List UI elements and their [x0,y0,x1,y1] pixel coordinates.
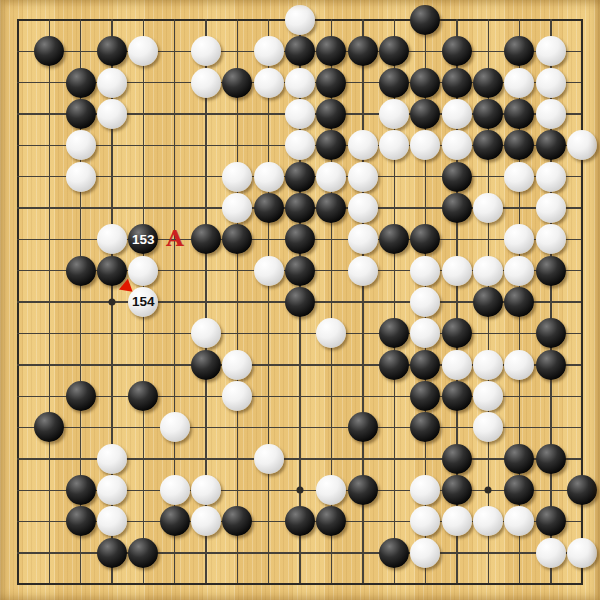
intersection[interactable] [347,474,378,505]
intersection[interactable] [34,318,65,349]
black-stone[interactable] [536,506,566,536]
white-stone[interactable] [348,130,378,160]
intersection[interactable] [472,286,503,317]
intersection[interactable] [96,380,127,411]
white-stone[interactable] [97,506,127,536]
intersection[interactable] [378,192,409,223]
intersection[interactable] [2,36,33,67]
intersection[interactable] [504,130,535,161]
black-stone[interactable] [285,287,315,317]
black-stone[interactable] [222,224,252,254]
intersection[interactable] [504,161,535,192]
intersection[interactable] [284,380,315,411]
white-stone[interactable] [222,162,252,192]
intersection[interactable] [65,318,96,349]
white-stone[interactable] [285,130,315,160]
black-stone[interactable] [536,256,566,286]
intersection[interactable] [128,161,159,192]
intersection[interactable] [253,36,284,67]
intersection[interactable] [284,506,315,537]
intersection[interactable] [159,506,190,537]
white-stone[interactable] [410,538,440,568]
intersection[interactable] [378,36,409,67]
intersection[interactable] [284,286,315,317]
intersection[interactable] [284,443,315,474]
black-stone[interactable] [504,475,534,505]
intersection[interactable] [190,569,221,600]
intersection[interactable] [535,412,566,443]
intersection[interactable] [567,380,598,411]
white-stone[interactable] [66,162,96,192]
intersection[interactable] [410,98,441,129]
white-stone[interactable] [536,193,566,223]
intersection[interactable] [2,380,33,411]
intersection[interactable] [128,98,159,129]
intersection[interactable] [65,161,96,192]
black-stone[interactable] [536,444,566,474]
intersection[interactable] [34,255,65,286]
intersection[interactable] [567,412,598,443]
white-stone[interactable] [504,68,534,98]
intersection[interactable] [535,537,566,568]
black-stone[interactable] [97,538,127,568]
intersection[interactable] [2,4,33,35]
white-stone[interactable] [410,256,440,286]
intersection[interactable] [65,286,96,317]
intersection[interactable] [284,98,315,129]
board-letter-annotation[interactable]: A [166,225,183,251]
intersection[interactable] [316,161,347,192]
intersection[interactable] [34,537,65,568]
white-stone[interactable] [160,412,190,442]
intersection[interactable] [190,161,221,192]
intersection[interactable] [34,286,65,317]
black-stone[interactable] [410,68,440,98]
white-stone[interactable] [128,256,158,286]
intersection[interactable] [410,36,441,67]
intersection[interactable] [567,506,598,537]
intersection[interactable] [316,443,347,474]
intersection[interactable] [284,537,315,568]
intersection[interactable] [378,130,409,161]
white-stone[interactable] [97,444,127,474]
intersection[interactable] [316,286,347,317]
black-stone[interactable] [66,99,96,129]
intersection[interactable] [410,318,441,349]
intersection[interactable] [472,380,503,411]
intersection[interactable] [34,349,65,380]
intersection[interactable] [504,443,535,474]
intersection[interactable] [316,380,347,411]
intersection[interactable] [378,506,409,537]
intersection[interactable] [65,98,96,129]
white-stone[interactable] [504,350,534,380]
intersection[interactable] [472,569,503,600]
intersection[interactable] [316,569,347,600]
white-stone[interactable] [97,475,127,505]
white-stone[interactable] [254,256,284,286]
intersection[interactable] [222,506,253,537]
black-stone[interactable] [316,193,346,223]
intersection[interactable] [316,537,347,568]
white-stone[interactable] [97,68,127,98]
black-stone[interactable] [34,36,64,66]
intersection[interactable] [128,380,159,411]
intersection[interactable] [222,224,253,255]
intersection[interactable] [284,67,315,98]
intersection[interactable] [504,98,535,129]
white-stone[interactable] [410,130,440,160]
intersection[interactable] [535,255,566,286]
intersection[interactable] [159,443,190,474]
intersection[interactable] [253,98,284,129]
intersection[interactable] [472,318,503,349]
intersection[interactable] [2,192,33,223]
intersection[interactable] [410,349,441,380]
intersection[interactable] [159,286,190,317]
intersection[interactable] [316,349,347,380]
intersection[interactable] [159,4,190,35]
intersection[interactable] [504,474,535,505]
intersection[interactable] [65,569,96,600]
intersection[interactable] [190,506,221,537]
intersection[interactable] [410,537,441,568]
black-stone[interactable] [316,36,346,66]
intersection[interactable] [441,192,472,223]
intersection[interactable] [441,474,472,505]
intersection[interactable] [284,4,315,35]
intersection[interactable] [2,98,33,129]
intersection[interactable] [472,67,503,98]
white-stone[interactable] [222,350,252,380]
intersection[interactable] [441,4,472,35]
intersection[interactable] [316,98,347,129]
intersection[interactable] [410,4,441,35]
intersection[interactable] [34,569,65,600]
black-stone[interactable] [348,412,378,442]
intersection[interactable] [535,349,566,380]
black-stone[interactable] [504,130,534,160]
intersection[interactable] [347,130,378,161]
intersection[interactable] [441,506,472,537]
white-stone[interactable] [254,444,284,474]
intersection[interactable] [34,380,65,411]
intersection[interactable] [2,255,33,286]
black-stone[interactable] [254,193,284,223]
intersection[interactable] [159,130,190,161]
intersection[interactable] [65,474,96,505]
intersection[interactable] [347,4,378,35]
intersection[interactable] [222,474,253,505]
black-stone[interactable] [66,381,96,411]
intersection[interactable] [472,36,503,67]
white-stone[interactable] [442,350,472,380]
intersection[interactable] [316,67,347,98]
white-stone[interactable] [191,318,221,348]
intersection[interactable] [96,161,127,192]
intersection[interactable] [410,67,441,98]
intersection[interactable] [347,98,378,129]
intersection[interactable] [567,192,598,223]
black-stone[interactable] [536,130,566,160]
intersection[interactable] [159,380,190,411]
intersection[interactable] [65,443,96,474]
intersection[interactable] [190,98,221,129]
intersection[interactable] [190,286,221,317]
intersection[interactable] [34,443,65,474]
white-stone[interactable] [473,506,503,536]
intersection[interactable] [410,412,441,443]
white-stone[interactable] [442,130,472,160]
intersection[interactable] [128,537,159,568]
intersection[interactable] [34,412,65,443]
white-stone[interactable] [66,130,96,160]
intersection[interactable] [347,380,378,411]
intersection[interactable] [34,474,65,505]
intersection[interactable] [159,67,190,98]
intersection[interactable] [441,161,472,192]
white-stone[interactable] [222,193,252,223]
intersection[interactable] [284,224,315,255]
intersection[interactable] [347,349,378,380]
intersection[interactable] [504,318,535,349]
intersection[interactable] [253,380,284,411]
black-stone[interactable] [567,475,597,505]
white-stone[interactable] [504,224,534,254]
intersection[interactable] [96,4,127,35]
intersection[interactable] [378,474,409,505]
black-stone[interactable]: 153 [128,224,158,254]
black-stone[interactable] [442,193,472,223]
intersection[interactable] [410,506,441,537]
black-stone[interactable] [442,162,472,192]
black-stone[interactable] [410,350,440,380]
intersection[interactable] [34,4,65,35]
intersection[interactable] [284,318,315,349]
intersection[interactable] [441,349,472,380]
intersection[interactable] [441,98,472,129]
white-stone[interactable] [97,224,127,254]
intersection[interactable] [65,537,96,568]
intersection[interactable] [504,286,535,317]
intersection[interactable] [567,286,598,317]
white-stone[interactable] [191,36,221,66]
intersection[interactable] [316,412,347,443]
intersection[interactable] [316,474,347,505]
intersection[interactable] [159,36,190,67]
intersection[interactable] [253,537,284,568]
intersection[interactable] [96,67,127,98]
black-stone[interactable] [536,350,566,380]
intersection[interactable] [128,192,159,223]
intersection[interactable] [472,192,503,223]
intersection[interactable] [222,98,253,129]
black-stone[interactable] [34,412,64,442]
white-stone[interactable] [97,99,127,129]
intersection[interactable] [567,255,598,286]
intersection[interactable] [378,255,409,286]
intersection[interactable] [504,67,535,98]
white-stone[interactable] [222,381,252,411]
white-stone[interactable] [191,475,221,505]
intersection[interactable] [441,412,472,443]
intersection[interactable] [535,161,566,192]
intersection[interactable] [504,192,535,223]
black-stone[interactable] [473,99,503,129]
intersection[interactable] [65,380,96,411]
intersection[interactable] [253,286,284,317]
intersection[interactable] [535,286,566,317]
intersection[interactable] [441,67,472,98]
white-stone[interactable] [504,162,534,192]
white-stone[interactable] [410,506,440,536]
intersection[interactable] [410,130,441,161]
black-stone[interactable] [97,36,127,66]
intersection[interactable] [347,36,378,67]
intersection[interactable] [410,569,441,600]
intersection[interactable] [504,36,535,67]
white-stone[interactable] [316,318,346,348]
intersection[interactable] [504,255,535,286]
intersection[interactable] [128,349,159,380]
intersection[interactable] [190,318,221,349]
intersection[interactable] [378,412,409,443]
black-stone[interactable] [536,318,566,348]
intersection[interactable] [567,349,598,380]
intersection[interactable] [190,380,221,411]
intersection[interactable] [222,412,253,443]
intersection[interactable] [347,224,378,255]
white-stone[interactable] [410,475,440,505]
black-stone[interactable] [285,256,315,286]
intersection[interactable] [472,349,503,380]
intersection[interactable] [378,67,409,98]
white-stone[interactable] [536,99,566,129]
intersection[interactable] [190,224,221,255]
intersection[interactable] [378,537,409,568]
black-stone[interactable] [316,68,346,98]
intersection[interactable] [65,192,96,223]
black-stone[interactable] [97,256,127,286]
black-stone[interactable] [379,538,409,568]
white-stone[interactable] [504,506,534,536]
intersection[interactable] [441,569,472,600]
intersection[interactable] [190,4,221,35]
intersection[interactable] [65,4,96,35]
intersection[interactable] [441,36,472,67]
intersection[interactable] [316,192,347,223]
intersection[interactable] [378,161,409,192]
black-stone[interactable] [442,381,472,411]
intersection[interactable] [472,98,503,129]
intersection[interactable] [535,36,566,67]
intersection[interactable] [222,36,253,67]
intersection[interactable] [253,506,284,537]
white-stone[interactable] [410,287,440,317]
intersection[interactable]: 154 [128,286,159,317]
intersection[interactable] [504,349,535,380]
intersection[interactable] [253,4,284,35]
intersection[interactable] [222,380,253,411]
intersection[interactable] [472,161,503,192]
intersection[interactable] [96,192,127,223]
black-stone[interactable] [442,36,472,66]
intersection[interactable] [567,569,598,600]
intersection[interactable] [316,4,347,35]
intersection[interactable] [96,130,127,161]
intersection[interactable] [128,506,159,537]
intersection[interactable] [190,36,221,67]
intersection[interactable] [378,443,409,474]
white-stone[interactable] [504,256,534,286]
white-stone[interactable] [191,506,221,536]
intersection[interactable] [378,224,409,255]
black-stone[interactable] [410,5,440,35]
intersection[interactable] [222,255,253,286]
intersection[interactable] [535,443,566,474]
intersection[interactable] [347,569,378,600]
intersection[interactable] [96,474,127,505]
intersection[interactable] [284,349,315,380]
black-stone[interactable] [128,538,158,568]
intersection[interactable] [535,224,566,255]
intersection[interactable] [472,474,503,505]
intersection[interactable] [472,537,503,568]
intersection[interactable] [128,443,159,474]
intersection[interactable] [159,349,190,380]
intersection[interactable] [253,318,284,349]
intersection[interactable] [441,130,472,161]
white-stone[interactable] [536,68,566,98]
intersection[interactable] [347,318,378,349]
intersection[interactable] [96,98,127,129]
intersection[interactable] [222,569,253,600]
intersection[interactable] [378,4,409,35]
intersection[interactable] [34,130,65,161]
intersection[interactable] [96,349,127,380]
intersection[interactable] [222,349,253,380]
intersection[interactable] [65,224,96,255]
intersection[interactable] [284,161,315,192]
intersection[interactable] [253,192,284,223]
intersection[interactable] [567,36,598,67]
intersection[interactable] [222,4,253,35]
intersection[interactable] [441,537,472,568]
intersection[interactable] [222,67,253,98]
intersection[interactable] [284,130,315,161]
black-stone[interactable] [410,224,440,254]
white-stone[interactable] [473,412,503,442]
black-stone[interactable] [160,506,190,536]
intersection[interactable] [378,349,409,380]
intersection[interactable] [410,224,441,255]
intersection[interactable] [378,286,409,317]
intersection[interactable] [65,130,96,161]
intersection[interactable] [410,443,441,474]
intersection[interactable] [34,506,65,537]
intersection[interactable] [441,224,472,255]
intersection[interactable] [410,192,441,223]
white-stone[interactable] [254,162,284,192]
black-stone[interactable] [285,162,315,192]
intersection[interactable] [159,537,190,568]
black-stone[interactable] [285,506,315,536]
black-stone[interactable] [285,224,315,254]
black-stone[interactable] [442,475,472,505]
intersection[interactable] [65,255,96,286]
white-stone[interactable] [316,162,346,192]
intersection[interactable] [128,474,159,505]
